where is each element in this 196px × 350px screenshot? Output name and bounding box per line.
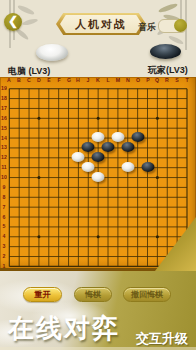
- stone-white-M14: [111, 132, 124, 142]
- column-label-G: G: [65, 78, 72, 83]
- go-board[interactable]: ABCDEFGHJKLMNOPQRST191817161514131211109…: [0, 77, 196, 271]
- music-label: 音乐: [138, 21, 156, 34]
- players-strip: 电脑 (LV3) 玩家(LV3): [0, 42, 196, 77]
- bottom-banner: 重开 悔棋 撤回悔棋 在线对弈 交互升级: [0, 271, 196, 350]
- row-label-12: 12: [1, 155, 8, 160]
- column-label-F: F: [55, 78, 62, 83]
- row-label-8: 8: [1, 195, 8, 200]
- banner-subtitle: 交互升级: [136, 330, 188, 348]
- column-label-S: S: [174, 78, 181, 83]
- human-black-stone-avatar: [150, 44, 181, 59]
- row-label-13: 13: [1, 145, 8, 150]
- row-label-5: 5: [1, 224, 8, 229]
- stone-black-K12: [92, 152, 105, 162]
- row-label-18: 18: [1, 96, 8, 101]
- column-label-B: B: [16, 78, 23, 83]
- column-label-P: P: [144, 78, 151, 83]
- column-label-L: L: [105, 78, 112, 83]
- stone-white-N11: [121, 162, 134, 172]
- column-label-R: R: [164, 78, 171, 83]
- top-bar: ❮ 人机对战 音乐: [0, 0, 196, 42]
- row-label-2: 2: [1, 254, 8, 259]
- stone-black-N13: [121, 142, 134, 152]
- row-label-1: 1: [1, 264, 8, 269]
- computer-white-stone-avatar: [36, 44, 68, 61]
- stone-black-J13: [82, 142, 95, 152]
- column-label-Q: Q: [154, 78, 161, 83]
- row-label-9: 9: [1, 185, 8, 190]
- column-label-K: K: [95, 78, 102, 83]
- stone-black-O14: [131, 132, 144, 142]
- online-play-banner-title[interactable]: 在线对弈: [8, 311, 120, 346]
- row-label-17: 17: [1, 106, 8, 111]
- star-point-D10: [37, 176, 40, 179]
- row-label-14: 14: [1, 135, 8, 140]
- cancel-undo-button[interactable]: 撤回悔棋: [123, 287, 171, 302]
- undo-button[interactable]: 悔棋: [74, 287, 112, 302]
- column-label-N: N: [124, 78, 131, 83]
- row-label-7: 7: [1, 205, 8, 210]
- row-label-6: 6: [1, 214, 8, 219]
- row-label-3: 3: [1, 244, 8, 249]
- stone-white-H12: [72, 152, 85, 162]
- gomoku-app: ❮ 人机对战 音乐 电脑 (LV3) 玩家(LV3) ABCDEFGHJKLMN…: [0, 0, 196, 350]
- music-toggle-knob: [174, 19, 187, 32]
- human-player-label: 玩家(LV3): [148, 64, 188, 77]
- stone-black-L13: [102, 142, 115, 152]
- restart-button[interactable]: 重开: [23, 287, 62, 302]
- row-label-11: 11: [1, 165, 8, 170]
- row-label-15: 15: [1, 126, 8, 131]
- star-point-K16: [97, 117, 100, 120]
- column-label-C: C: [26, 78, 33, 83]
- column-label-E: E: [45, 78, 52, 83]
- stone-black-P11: [141, 162, 154, 172]
- column-label-O: O: [134, 78, 141, 83]
- stone-white-K14: [92, 132, 105, 142]
- star-point-K4: [97, 235, 100, 238]
- column-label-D: D: [35, 78, 42, 83]
- star-point-D16: [37, 117, 40, 120]
- column-label-H: H: [75, 78, 82, 83]
- page-title: 人机对战: [75, 17, 127, 32]
- star-point-Q4: [156, 235, 159, 238]
- star-point-Q16: [156, 117, 159, 120]
- column-label-A: A: [6, 78, 13, 83]
- stone-white-J11: [82, 162, 95, 172]
- title-plaque: 人机对战: [56, 13, 146, 35]
- row-label-16: 16: [1, 116, 8, 121]
- title-plaque-inner: 人机对战: [60, 15, 142, 33]
- music-toggle[interactable]: [158, 19, 187, 33]
- row-label-19: 19: [1, 86, 8, 91]
- row-label-10: 10: [1, 175, 8, 180]
- column-label-J: J: [85, 78, 92, 83]
- star-point-D4: [37, 235, 40, 238]
- column-label-T: T: [184, 78, 191, 83]
- row-label-4: 4: [1, 234, 8, 239]
- column-label-M: M: [114, 78, 121, 83]
- stone-white-K10: [92, 172, 105, 182]
- star-point-Q10: [156, 176, 159, 179]
- back-button[interactable]: ❮: [4, 13, 22, 31]
